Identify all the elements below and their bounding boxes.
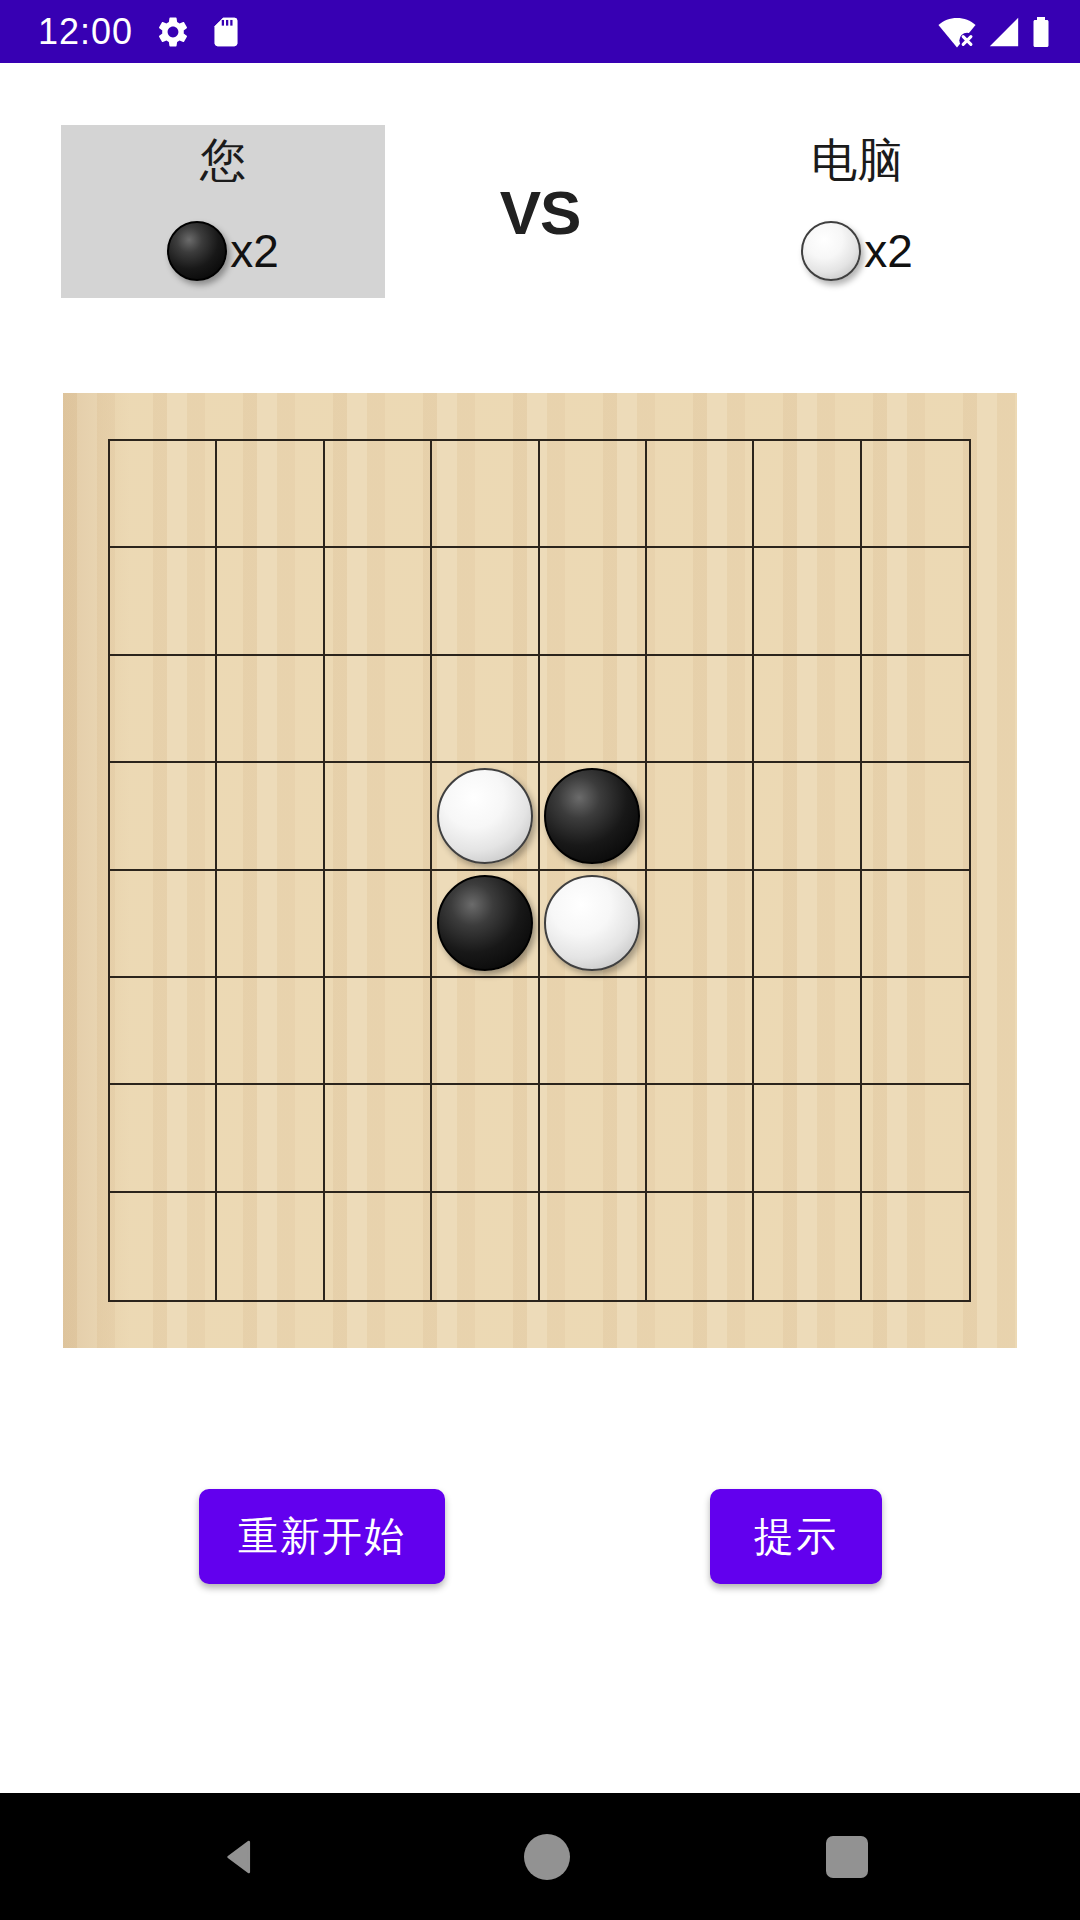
board-cell-f8[interactable] [647, 1193, 754, 1300]
board-cell-c6[interactable] [325, 978, 432, 1085]
black-disc-icon [167, 221, 227, 281]
back-icon[interactable] [219, 1833, 261, 1881]
board-cell-b7[interactable] [217, 1085, 324, 1192]
board-cell-g5[interactable] [754, 871, 861, 978]
player-you-panel: 您 x2 [61, 125, 385, 298]
board-cell-e2[interactable] [540, 548, 647, 655]
board-grid [108, 439, 971, 1302]
settings-gear-icon [155, 14, 191, 50]
vs-label: VS [460, 182, 620, 244]
board-cell-h7[interactable] [862, 1085, 969, 1192]
white-disc [544, 875, 640, 971]
board-cell-h6[interactable] [862, 978, 969, 1085]
recents-icon[interactable] [826, 1836, 868, 1878]
board-cell-c7[interactable] [325, 1085, 432, 1192]
board-cell-h2[interactable] [862, 548, 969, 655]
board-cell-a4[interactable] [110, 763, 217, 870]
white-disc [437, 768, 533, 864]
restart-button[interactable]: 重新开始 [199, 1489, 445, 1584]
player-you-count: x2 [230, 224, 279, 278]
board-cell-e7[interactable] [540, 1085, 647, 1192]
battery-full-icon [1030, 14, 1052, 50]
board-cell-c2[interactable] [325, 548, 432, 655]
board-cell-h4[interactable] [862, 763, 969, 870]
board-cell-b2[interactable] [217, 548, 324, 655]
app-screen: 12:00 [0, 0, 1080, 1920]
board-cell-g3[interactable] [754, 656, 861, 763]
board-cell-d1[interactable] [432, 441, 539, 548]
board-cell-a8[interactable] [110, 1193, 217, 1300]
board-cell-b3[interactable] [217, 656, 324, 763]
board-cell-e1[interactable] [540, 441, 647, 548]
board-cell-f5[interactable] [647, 871, 754, 978]
board-cell-c4[interactable] [325, 763, 432, 870]
board-cell-b1[interactable] [217, 441, 324, 548]
board-cell-f3[interactable] [647, 656, 754, 763]
black-disc [437, 875, 533, 971]
white-disc-icon [801, 221, 861, 281]
player-computer-label: 电脑 [811, 133, 903, 187]
board-cell-a3[interactable] [110, 656, 217, 763]
board-cell-f6[interactable] [647, 978, 754, 1085]
clock: 12:00 [38, 11, 133, 53]
board-cell-g8[interactable] [754, 1193, 861, 1300]
board-cell-h5[interactable] [862, 871, 969, 978]
board-cell-a7[interactable] [110, 1085, 217, 1192]
wifi-off-icon [936, 15, 978, 49]
board-cell-b5[interactable] [217, 871, 324, 978]
board-cell-d2[interactable] [432, 548, 539, 655]
board-cell-a5[interactable] [110, 871, 217, 978]
board-cell-c3[interactable] [325, 656, 432, 763]
othello-board [63, 393, 1017, 1348]
board-cell-b4[interactable] [217, 763, 324, 870]
board-cell-a2[interactable] [110, 548, 217, 655]
black-disc [544, 768, 640, 864]
android-nav-bar [0, 1793, 1080, 1920]
board-cell-d3[interactable] [432, 656, 539, 763]
board-cell-a6[interactable] [110, 978, 217, 1085]
board-cell-c8[interactable] [325, 1193, 432, 1300]
board-cell-b6[interactable] [217, 978, 324, 1085]
board-cell-g7[interactable] [754, 1085, 861, 1192]
board-cell-f1[interactable] [647, 441, 754, 548]
board-cell-c5[interactable] [325, 871, 432, 978]
board-cell-b8[interactable] [217, 1193, 324, 1300]
player-computer-count: x2 [864, 224, 913, 278]
board-cell-g1[interactable] [754, 441, 861, 548]
board-cell-g2[interactable] [754, 548, 861, 655]
board-cell-h3[interactable] [862, 656, 969, 763]
board-cell-h8[interactable] [862, 1193, 969, 1300]
board-cell-f4[interactable] [647, 763, 754, 870]
board-cell-e3[interactable] [540, 656, 647, 763]
board-cell-e8[interactable] [540, 1193, 647, 1300]
board-cell-a1[interactable] [110, 441, 217, 548]
player-you-label: 您 [200, 133, 246, 187]
player-computer-panel: 电脑 x2 [695, 125, 1019, 298]
board-cell-d7[interactable] [432, 1085, 539, 1192]
board-cell-d4[interactable] [432, 763, 539, 870]
board-cell-f7[interactable] [647, 1085, 754, 1192]
sd-card-icon [209, 15, 243, 49]
board-cell-c1[interactable] [325, 441, 432, 548]
board-cell-d8[interactable] [432, 1193, 539, 1300]
board-cell-g4[interactable] [754, 763, 861, 870]
home-icon[interactable] [524, 1834, 570, 1880]
status-bar: 12:00 [0, 0, 1080, 63]
board-cell-e4[interactable] [540, 763, 647, 870]
board-cell-h1[interactable] [862, 441, 969, 548]
board-cell-g6[interactable] [754, 978, 861, 1085]
board-cell-f2[interactable] [647, 548, 754, 655]
board-cell-e5[interactable] [540, 871, 647, 978]
board-cell-e6[interactable] [540, 978, 647, 1085]
board-cell-d5[interactable] [432, 871, 539, 978]
board-cell-d6[interactable] [432, 978, 539, 1085]
hint-button[interactable]: 提示 [710, 1489, 882, 1584]
signal-full-icon [987, 15, 1021, 49]
